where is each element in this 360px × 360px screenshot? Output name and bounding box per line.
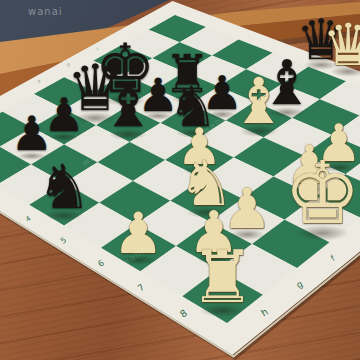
pieces-layer: ♛♛♜♚♝♟♟♛♝♞♝♟♟♟♟♟♞♞♚♟♟♟♜ — [0, 0, 360, 360]
white-bishop-c5[interactable]: ♝ — [231, 70, 288, 133]
black-bishop-e3[interactable]: ♝ — [100, 75, 155, 137]
watermark-text: wanai — [28, 6, 63, 17]
white-king-e8[interactable]: ♚ — [284, 150, 360, 236]
photo-scene: 876543hgfeedc ♛♛♜♚♝♟♟♛♝♞♝♟♟♟♟♟♞♞♚♟♟♟♜ wa… — [0, 0, 360, 360]
spare-white-queen[interactable]: ♛ — [322, 16, 360, 74]
white-rook-h8[interactable]: ♜ — [190, 241, 255, 313]
